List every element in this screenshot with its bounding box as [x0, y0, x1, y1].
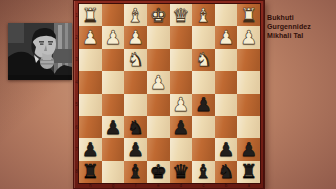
square-g2: ♟: [102, 26, 125, 48]
square-g8: [102, 161, 125, 183]
player-names: Bukhuti Gurgennidez Mikhali Tal: [267, 13, 335, 40]
piece-bP: ♟: [172, 117, 189, 136]
square-a4: [237, 71, 260, 93]
square-h1: ♜: [79, 4, 102, 26]
piece-wP: ♟: [82, 28, 99, 47]
square-f1: ♝: [124, 4, 147, 26]
piece-wP: ♟: [218, 28, 235, 47]
square-c1: ♝: [192, 4, 215, 26]
square-a2: ♟: [237, 26, 260, 48]
square-e5: [147, 94, 170, 116]
square-d5: ♟: [170, 94, 193, 116]
square-f5: [124, 94, 147, 116]
piece-wP: ♟: [240, 28, 257, 47]
square-b2: ♟: [215, 26, 238, 48]
square-f2: ♟: [124, 26, 147, 48]
file-label-f: f: [124, 183, 147, 188]
square-c5: ♟: [192, 94, 215, 116]
black-player-name: Mikhali Tal: [267, 31, 335, 40]
square-f7: ♟: [124, 138, 147, 160]
piece-bN: ♞: [127, 117, 144, 136]
square-a8: ♜: [237, 161, 260, 183]
square-a1: ♜: [237, 4, 260, 26]
piece-bN: ♞: [218, 162, 235, 181]
square-b4: [215, 71, 238, 93]
file-labels: hgfedcba: [79, 183, 260, 188]
board-grid: ♜♝♚♛♝♜♟♟♟♟♟♞♞♟♟♟♟♞♟♟♟♟♟♜♝♚♛♝♞♜: [79, 4, 260, 183]
white-player-name: Bukhuti Gurgennidez: [267, 13, 335, 31]
square-h3: [79, 49, 102, 71]
piece-wK: ♚: [150, 5, 167, 24]
square-c7: [192, 138, 215, 160]
square-c6: [192, 116, 215, 138]
square-g6: ♟: [102, 116, 125, 138]
file-label-d: d: [170, 183, 193, 188]
square-g1: [102, 4, 125, 26]
file-label-h: h: [79, 183, 102, 188]
piece-wN: ♞: [195, 50, 212, 69]
square-d1: ♛: [170, 4, 193, 26]
piece-bP: ♟: [127, 139, 144, 158]
square-f8: ♝: [124, 161, 147, 183]
rank-label-1: 1: [75, 4, 78, 26]
square-e2: [147, 26, 170, 48]
square-g7: [102, 138, 125, 160]
square-d6: ♟: [170, 116, 193, 138]
square-b3: [215, 49, 238, 71]
square-a5: [237, 94, 260, 116]
square-a6: [237, 116, 260, 138]
square-h6: [79, 116, 102, 138]
file-label-b: b: [215, 183, 238, 188]
file-label-g: g: [102, 183, 125, 188]
piece-wP: ♟: [127, 28, 144, 47]
square-g5: [102, 94, 125, 116]
file-label-a: a: [237, 183, 260, 188]
square-e6: [147, 116, 170, 138]
file-label-c: c: [192, 183, 215, 188]
square-h2: ♟: [79, 26, 102, 48]
square-a7: ♟: [237, 138, 260, 160]
piece-wB: ♝: [195, 5, 212, 24]
piece-wP: ♟: [172, 95, 189, 114]
piece-wP: ♟: [104, 28, 121, 47]
piece-wQ: ♛: [172, 5, 189, 24]
piece-bK: ♚: [150, 162, 167, 181]
piece-bP: ♟: [218, 139, 235, 158]
piece-wR: ♜: [82, 5, 99, 24]
player-photo: [8, 23, 72, 80]
piece-wP: ♟: [150, 72, 167, 91]
square-e3: [147, 49, 170, 71]
piece-wB: ♝: [127, 5, 144, 24]
square-h4: [79, 71, 102, 93]
rank-label-6: 6: [75, 116, 78, 138]
square-e8: ♚: [147, 161, 170, 183]
rank-label-7: 7: [75, 138, 78, 160]
rank-label-5: 5: [75, 94, 78, 116]
square-e1: ♚: [147, 4, 170, 26]
piece-bP: ♟: [240, 139, 257, 158]
square-e7: [147, 138, 170, 160]
square-b8: ♞: [215, 161, 238, 183]
piece-bP: ♟: [195, 95, 212, 114]
square-g3: [102, 49, 125, 71]
piece-bB: ♝: [127, 162, 144, 181]
square-e4: ♟: [147, 71, 170, 93]
piece-bR: ♜: [240, 162, 257, 181]
square-d4: [170, 71, 193, 93]
square-b5: [215, 94, 238, 116]
file-label-e: e: [147, 183, 170, 188]
square-d8: ♛: [170, 161, 193, 183]
piece-bB: ♝: [195, 162, 212, 181]
chess-board: ♜♝♚♛♝♜♟♟♟♟♟♞♞♟♟♟♟♞♟♟♟♟♟♜♝♚♛♝♞♜ hgfedcba …: [73, 0, 265, 189]
piece-bQ: ♛: [172, 162, 189, 181]
piece-bP: ♟: [82, 139, 99, 158]
square-c8: ♝: [192, 161, 215, 183]
rank-label-3: 3: [75, 49, 78, 71]
square-d7: [170, 138, 193, 160]
square-f6: ♞: [124, 116, 147, 138]
square-a3: [237, 49, 260, 71]
piece-bP: ♟: [104, 117, 121, 136]
video-frame: ♜♝♚♛♝♜♟♟♟♟♟♞♞♟♟♟♟♞♟♟♟♟♟♜♝♚♛♝♞♜ hgfedcba …: [0, 0, 336, 189]
square-f3: ♞: [124, 49, 147, 71]
square-d3: [170, 49, 193, 71]
piece-wN: ♞: [127, 50, 144, 69]
square-c3: ♞: [192, 49, 215, 71]
portrait-illustration: [8, 23, 72, 80]
piece-bR: ♜: [82, 162, 99, 181]
square-h8: ♜: [79, 161, 102, 183]
square-d2: [170, 26, 193, 48]
rank-label-8: 8: [75, 161, 78, 183]
square-f4: [124, 71, 147, 93]
square-h5: [79, 94, 102, 116]
rank-label-2: 2: [75, 26, 78, 48]
square-b6: [215, 116, 238, 138]
piece-wR: ♜: [240, 5, 257, 24]
square-g4: [102, 71, 125, 93]
rank-label-4: 4: [75, 71, 78, 93]
square-b1: [215, 4, 238, 26]
rank-labels: 12345678: [74, 4, 79, 183]
square-b7: ♟: [215, 138, 238, 160]
square-c4: [192, 71, 215, 93]
square-c2: [192, 26, 215, 48]
square-h7: ♟: [79, 138, 102, 160]
